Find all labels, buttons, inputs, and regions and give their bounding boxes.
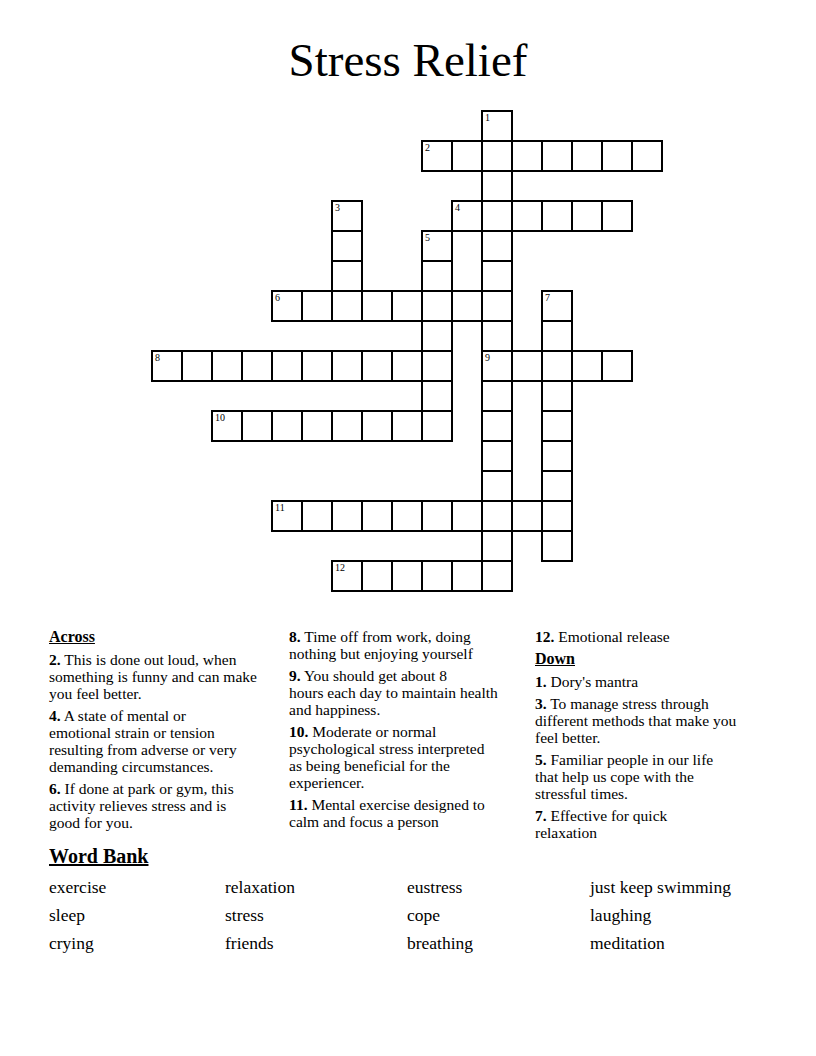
- clue-column-right: 12. Emotional release Down 1. Dory's man…: [535, 628, 761, 846]
- grid-cell-r7c13[interactable]: [541, 320, 573, 352]
- clue-text: Mental exercise designed to calm and foc…: [289, 796, 485, 830]
- clue-across-9: 9. You should get about 8 hours each day…: [289, 667, 535, 718]
- clue-number-label: 7.: [535, 807, 547, 824]
- clue-text: Familiar people in our life that help us…: [535, 751, 713, 802]
- grid-cell-r1c15[interactable]: [601, 140, 633, 172]
- grid-cell-r4c9[interactable]: 5: [421, 230, 453, 262]
- grid-cell-r1c14[interactable]: [571, 140, 603, 172]
- grid-cell-r15c11[interactable]: [481, 560, 513, 592]
- word-bank-item: exercise: [49, 878, 225, 896]
- word-bank-grid: exercise relaxation eustress just keep s…: [49, 878, 761, 952]
- grid-cell-r6c10[interactable]: [451, 290, 483, 322]
- grid-cell-r4c11[interactable]: [481, 230, 513, 262]
- grid-cell-r6c6[interactable]: [331, 290, 363, 322]
- clue-text: Dory's mantra: [551, 673, 639, 690]
- grid-cell-r5c6[interactable]: [331, 260, 363, 292]
- grid-cell-r13c5[interactable]: [301, 500, 333, 532]
- grid-cell-r6c7[interactable]: [361, 290, 393, 322]
- clue-number-label: 2.: [49, 651, 61, 668]
- cell-clue-number: 6: [275, 292, 280, 303]
- grid-cell-r15c9[interactable]: [421, 560, 453, 592]
- clue-number-label: 11.: [289, 796, 308, 813]
- grid-cell-r8c13[interactable]: [541, 350, 573, 382]
- clues-section: Across 2. This is done out loud, when so…: [49, 628, 761, 846]
- grid-cell-r13c11[interactable]: [481, 500, 513, 532]
- clue-across-2: 2. This is done out loud, when something…: [49, 651, 289, 702]
- cell-clue-number: 4: [455, 202, 460, 213]
- clue-number-label: 3.: [535, 695, 547, 712]
- clue-number-label: 4.: [49, 707, 61, 724]
- grid-cell-r9c11[interactable]: [481, 380, 513, 412]
- grid-cell-r1c12[interactable]: [511, 140, 543, 172]
- clue-text: Emotional release: [558, 628, 669, 645]
- grid-cell-r0c11[interactable]: 1: [481, 110, 513, 142]
- grid-cell-r2c11[interactable]: [481, 170, 513, 202]
- cell-clue-number: 5: [425, 232, 430, 243]
- grid-cell-r12c11[interactable]: [481, 470, 513, 502]
- word-bank-item: breathing: [407, 934, 590, 952]
- cell-clue-number: 3: [335, 202, 340, 213]
- grid-cell-r1c9[interactable]: 2: [421, 140, 453, 172]
- grid-cell-r8c12[interactable]: [511, 350, 543, 382]
- clue-number-label: 12.: [535, 628, 554, 645]
- grid-cell-r1c13[interactable]: [541, 140, 573, 172]
- grid-cell-r13c13[interactable]: [541, 500, 573, 532]
- word-bank-item: just keep swimming: [590, 878, 761, 896]
- grid-cell-r6c9[interactable]: [421, 290, 453, 322]
- clue-down-7: 7. Effective for quick relaxation: [535, 807, 761, 841]
- grid-cell-r8c3[interactable]: [241, 350, 273, 382]
- down-heading: Down: [535, 650, 761, 667]
- grid-cell-r8c1[interactable]: [181, 350, 213, 382]
- grid-cell-r1c16[interactable]: [631, 140, 663, 172]
- grid-cell-r3c13[interactable]: [541, 200, 573, 232]
- cell-clue-number: 7: [545, 292, 550, 303]
- grid-cell-r13c9[interactable]: [421, 500, 453, 532]
- puzzle-title: Stress Relief: [0, 33, 816, 87]
- grid-cell-r8c9[interactable]: [421, 350, 453, 382]
- grid-cell-r8c8[interactable]: [391, 350, 423, 382]
- grid-cell-r3c11[interactable]: [481, 200, 513, 232]
- grid-cell-r10c11[interactable]: [481, 410, 513, 442]
- clue-text: You should get about 8 hours each day to…: [289, 667, 498, 718]
- grid-cell-r15c6[interactable]: 12: [331, 560, 363, 592]
- grid-cell-r10c5[interactable]: [301, 410, 333, 442]
- grid-cell-r6c8[interactable]: [391, 290, 423, 322]
- clue-across-6: 6. If done at park or gym, this activity…: [49, 780, 289, 831]
- grid-cell-r8c14[interactable]: [571, 350, 603, 382]
- clue-down-3: 3. To manage stress through different me…: [535, 695, 761, 746]
- grid-cell-r10c2[interactable]: 10: [211, 410, 243, 442]
- clue-text: Time off from work, doing nothing but en…: [289, 628, 473, 662]
- across-heading: Across: [49, 628, 289, 645]
- grid-cell-r1c10[interactable]: [451, 140, 483, 172]
- cell-clue-number: 2: [425, 142, 430, 153]
- word-bank-heading: Word Bank: [49, 845, 761, 867]
- grid-cell-r15c10[interactable]: [451, 560, 483, 592]
- grid-cell-r10c3[interactable]: [241, 410, 273, 442]
- grid-cell-r10c8[interactable]: [391, 410, 423, 442]
- clue-text: If done at park or gym, this activity re…: [49, 780, 234, 831]
- grid-cell-r8c11[interactable]: 9: [481, 350, 513, 382]
- clue-column-left: Across 2. This is done out loud, when so…: [49, 628, 289, 846]
- crossword-grid: 123456789101112: [152, 111, 664, 593]
- cell-clue-number: 8: [155, 352, 160, 363]
- grid-cell-r6c5[interactable]: [301, 290, 333, 322]
- cell-clue-number: 9: [485, 352, 490, 363]
- clue-down-5: 5. Familiar people in our life that help…: [535, 751, 761, 802]
- grid-cell-r14c11[interactable]: [481, 530, 513, 562]
- clue-text: To manage stress through different metho…: [535, 695, 736, 746]
- grid-cell-r13c10[interactable]: [451, 500, 483, 532]
- grid-cell-r13c6[interactable]: [331, 500, 363, 532]
- clue-text: A state of mental or emotional strain or…: [49, 707, 237, 775]
- clue-down-1: 1. Dory's mantra: [535, 673, 761, 690]
- word-bank-item: crying: [49, 934, 225, 952]
- clue-text: Effective for quick relaxation: [535, 807, 667, 841]
- clue-number-label: 8.: [289, 628, 301, 645]
- grid-cell-r8c6[interactable]: [331, 350, 363, 382]
- grid-cell-r15c8[interactable]: [391, 560, 423, 592]
- grid-cell-r10c13[interactable]: [541, 410, 573, 442]
- word-bank-item: sleep: [49, 906, 225, 924]
- grid-cell-r3c14[interactable]: [571, 200, 603, 232]
- grid-cell-r13c7[interactable]: [361, 500, 393, 532]
- grid-cell-r3c15[interactable]: [601, 200, 633, 232]
- clue-number-label: 6.: [49, 780, 61, 797]
- clue-number-label: 10.: [289, 723, 308, 740]
- grid-cell-r8c0[interactable]: 8: [151, 350, 183, 382]
- grid-cell-r3c6[interactable]: 3: [331, 200, 363, 232]
- word-bank-item: laughing: [590, 906, 761, 924]
- clue-text: This is done out loud, when something is…: [49, 651, 257, 702]
- grid-cell-r6c13[interactable]: 7: [541, 290, 573, 322]
- word-bank-item: friends: [225, 934, 407, 952]
- grid-cell-r6c11[interactable]: [481, 290, 513, 322]
- grid-cell-r15c7[interactable]: [361, 560, 393, 592]
- cell-clue-number: 1: [485, 112, 490, 123]
- grid-cell-r5c11[interactable]: [481, 260, 513, 292]
- cell-clue-number: 11: [275, 502, 285, 513]
- grid-cell-r7c11[interactable]: [481, 320, 513, 352]
- grid-cell-r8c5[interactable]: [301, 350, 333, 382]
- grid-cell-r6c4[interactable]: 6: [271, 290, 303, 322]
- grid-cell-r7c9[interactable]: [421, 320, 453, 352]
- grid-cell-r4c6[interactable]: [331, 230, 363, 262]
- grid-cell-r12c13[interactable]: [541, 470, 573, 502]
- grid-cell-r10c6[interactable]: [331, 410, 363, 442]
- grid-cell-r8c7[interactable]: [361, 350, 393, 382]
- clue-across-10: 10. Moderate or normal psychological str…: [289, 723, 535, 791]
- clue-text: Moderate or normal psychological stress …: [289, 723, 484, 791]
- grid-cell-r1c11[interactable]: [481, 140, 513, 172]
- grid-cell-r8c15[interactable]: [601, 350, 633, 382]
- grid-cell-r8c4[interactable]: [271, 350, 303, 382]
- word-bank-section: Word Bank exercise relaxation eustress j…: [49, 845, 761, 952]
- clue-number-label: 9.: [289, 667, 301, 684]
- grid-cell-r5c9[interactable]: [421, 260, 453, 292]
- clue-number-label: 5.: [535, 751, 547, 768]
- clue-column-middle: 8. Time off from work, doing nothing but…: [289, 628, 535, 846]
- clue-across-8: 8. Time off from work, doing nothing but…: [289, 628, 535, 662]
- grid-cell-r10c9[interactable]: [421, 410, 453, 442]
- grid-cell-r9c13[interactable]: [541, 380, 573, 412]
- word-bank-item: eustress: [407, 878, 590, 896]
- word-bank-item: meditation: [590, 934, 761, 952]
- grid-cell-r8c2[interactable]: [211, 350, 243, 382]
- clue-across-11: 11. Mental exercise designed to calm and…: [289, 796, 535, 830]
- word-bank-item: stress: [225, 906, 407, 924]
- grid-cell-r10c7[interactable]: [361, 410, 393, 442]
- grid-cell-r11c11[interactable]: [481, 440, 513, 472]
- clue-across-12: 12. Emotional release: [535, 628, 761, 645]
- grid-cell-r13c4[interactable]: 11: [271, 500, 303, 532]
- word-bank-item: relaxation: [225, 878, 407, 896]
- grid-cell-r11c13[interactable]: [541, 440, 573, 472]
- grid-cell-r14c13[interactable]: [541, 530, 573, 562]
- clue-across-4: 4. A state of mental or emotional strain…: [49, 707, 289, 775]
- clue-number-label: 1.: [535, 673, 547, 690]
- grid-cell-r10c4[interactable]: [271, 410, 303, 442]
- grid-cell-r13c12[interactable]: [511, 500, 543, 532]
- grid-cell-r9c9[interactable]: [421, 380, 453, 412]
- grid-cell-r3c12[interactable]: [511, 200, 543, 232]
- grid-cell-r3c10[interactable]: 4: [451, 200, 483, 232]
- cell-clue-number: 12: [335, 562, 345, 573]
- cell-clue-number: 10: [215, 412, 225, 423]
- grid-cell-r13c8[interactable]: [391, 500, 423, 532]
- word-bank-item: cope: [407, 906, 590, 924]
